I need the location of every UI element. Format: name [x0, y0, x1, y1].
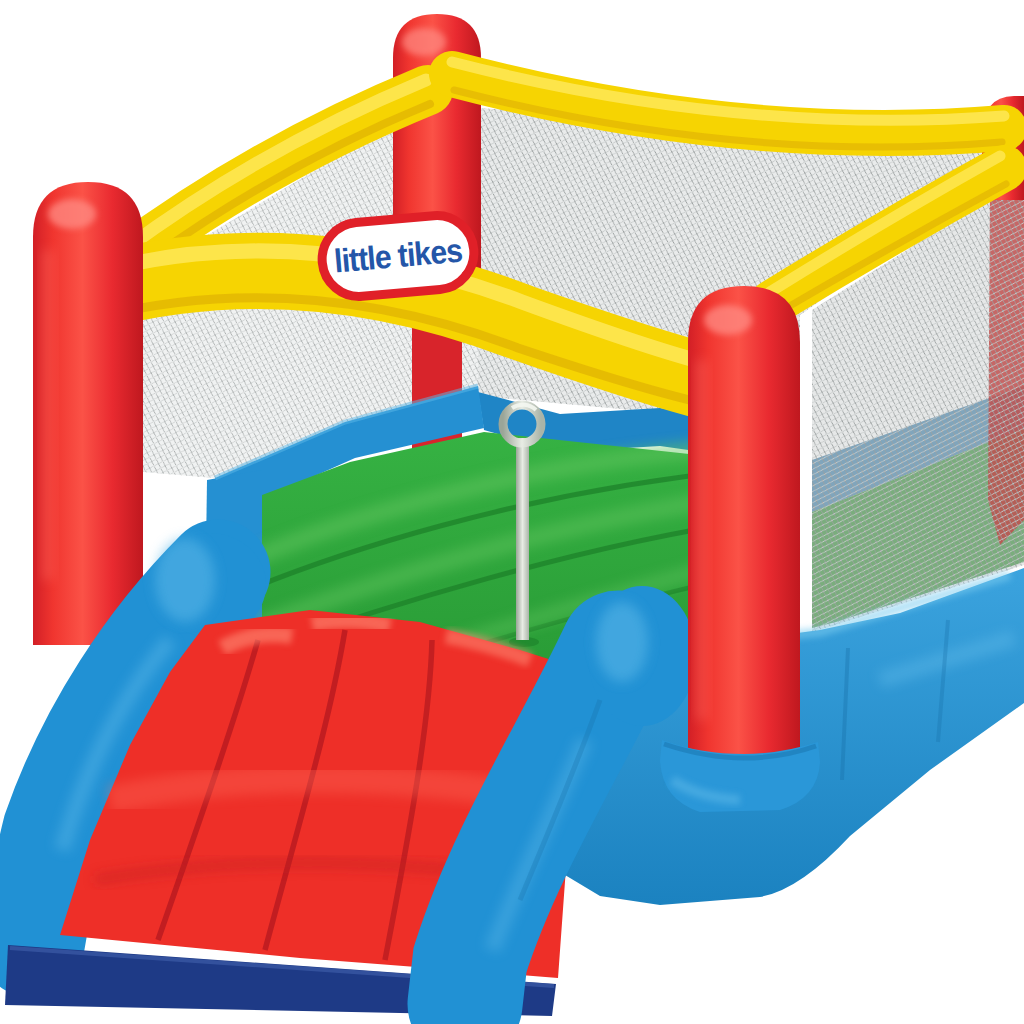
bounce-house-illustration: little tikes [0, 0, 1024, 1024]
brand-logo-badge: little tikes [319, 213, 477, 300]
front-right-post [688, 286, 800, 790]
left-front-post [33, 182, 143, 645]
product-photo-bounce-house: little tikes [0, 0, 1024, 1024]
